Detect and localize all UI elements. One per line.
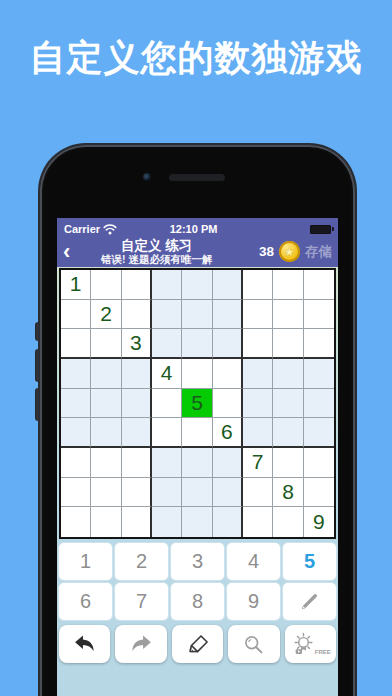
cell-r3c9[interactable] (304, 329, 334, 359)
cell-r2c7[interactable] (243, 300, 273, 330)
cell-r7c8[interactable] (273, 448, 303, 478)
numpad-row-1: 12345 (59, 543, 336, 580)
cell-r7c7[interactable]: 7 (243, 448, 273, 478)
digit-4-button[interactable]: 4 (227, 543, 280, 580)
cell-r9c9[interactable]: 9 (304, 507, 334, 537)
digit-6-button[interactable]: 6 (59, 583, 112, 620)
hint-icon (290, 631, 317, 658)
page: 自定义您的数独游戏 Carrier 12:10 PM (0, 0, 392, 696)
cell-r3c2[interactable] (91, 329, 121, 359)
cell-r6c2[interactable] (91, 418, 121, 448)
cell-r1c9[interactable] (304, 270, 334, 300)
cell-r1c4[interactable] (152, 270, 182, 300)
cell-r8c2[interactable] (91, 478, 121, 508)
eraser-button[interactable] (172, 625, 223, 663)
cell-r5c8[interactable] (273, 389, 303, 419)
banner-title: 自定义您的数独游戏 (0, 34, 392, 83)
toolbar-row: FREE (59, 625, 336, 663)
cell-r3c7[interactable] (243, 329, 273, 359)
clock: 12:10 PM (77, 223, 310, 235)
cell-r7c4[interactable] (152, 448, 182, 478)
cell-r3c4[interactable] (152, 329, 182, 359)
cell-r4c3[interactable] (122, 359, 152, 389)
redo-button[interactable] (115, 625, 166, 663)
search-icon (241, 632, 266, 657)
cell-r7c5[interactable] (182, 448, 212, 478)
page-title: 自定义 练习 (101, 239, 212, 253)
cell-r1c8[interactable] (273, 270, 303, 300)
battery-icon (310, 225, 331, 234)
cell-r8c1[interactable] (61, 478, 91, 508)
sudoku-grid: 123456789 (59, 268, 336, 539)
coin-count: 38 (259, 244, 274, 259)
coin-icon: ★ (279, 241, 300, 262)
digit-1-button[interactable]: 1 (59, 543, 112, 580)
cell-r9c7[interactable] (243, 507, 273, 537)
numpad: 12345 6789 FREE (59, 543, 336, 663)
cell-r1c3[interactable] (122, 270, 152, 300)
cell-r8c6[interactable] (213, 478, 243, 508)
hint-free-badge: FREE (315, 649, 331, 655)
cell-r5c9[interactable] (304, 389, 334, 419)
status-bar: Carrier 12:10 PM (57, 218, 338, 240)
cell-r7c9[interactable] (304, 448, 334, 478)
cell-r9c1[interactable] (61, 507, 91, 537)
cell-r6c5[interactable] (182, 418, 212, 448)
cell-r1c2[interactable] (91, 270, 121, 300)
pencil-icon (298, 590, 321, 613)
cell-r4c4[interactable]: 4 (152, 359, 182, 389)
cell-r5c3[interactable] (122, 389, 152, 419)
earpiece-speaker (169, 174, 225, 181)
digit-8-button[interactable]: 8 (171, 583, 224, 620)
cell-r9c8[interactable] (273, 507, 303, 537)
digit-5-button[interactable]: 5 (283, 543, 336, 580)
numpad-row-2: 6789 (59, 583, 336, 620)
cell-r4c5[interactable] (182, 359, 212, 389)
undo-icon (72, 632, 97, 657)
cell-r5c5[interactable]: 5 (182, 389, 212, 419)
cell-r6c7[interactable] (243, 418, 273, 448)
cell-r7c6[interactable] (213, 448, 243, 478)
cell-r5c6[interactable] (213, 389, 243, 419)
cell-r9c3[interactable] (122, 507, 152, 537)
cell-r8c3[interactable] (122, 478, 152, 508)
digit-7-button[interactable]: 7 (115, 583, 168, 620)
cell-r6c1[interactable] (61, 418, 91, 448)
cell-r6c3[interactable] (122, 418, 152, 448)
cell-r2c9[interactable] (304, 300, 334, 330)
cell-r1c1[interactable]: 1 (61, 270, 91, 300)
cell-r5c2[interactable] (91, 389, 121, 419)
save-button[interactable]: 存储 (305, 243, 332, 261)
cell-r4c2[interactable] (91, 359, 121, 389)
cell-r3c5[interactable] (182, 329, 212, 359)
cell-r7c3[interactable] (122, 448, 152, 478)
cell-r4c7[interactable] (243, 359, 273, 389)
cell-r8c5[interactable] (182, 478, 212, 508)
digit-3-button[interactable]: 3 (171, 543, 224, 580)
cell-r3c8[interactable] (273, 329, 303, 359)
cell-r6c9[interactable] (304, 418, 334, 448)
cell-r2c3[interactable] (122, 300, 152, 330)
front-camera-icon (143, 173, 151, 181)
cell-r4c1[interactable] (61, 359, 91, 389)
cell-r8c9[interactable] (304, 478, 334, 508)
cell-r4c9[interactable] (304, 359, 334, 389)
cell-r9c2[interactable] (91, 507, 121, 537)
search-button[interactable] (228, 625, 279, 663)
cell-r8c8[interactable]: 8 (273, 478, 303, 508)
nav-bar: ‹ 自定义 练习 错误! 迷题必须有唯一解 38 ★ 存储 (57, 240, 338, 267)
back-button[interactable]: ‹ (63, 242, 89, 262)
cell-r1c6[interactable] (213, 270, 243, 300)
cell-r7c1[interactable] (61, 448, 91, 478)
cell-r2c6[interactable] (213, 300, 243, 330)
redo-icon (129, 632, 154, 657)
cell-r8c4[interactable] (152, 478, 182, 508)
eraser-icon (185, 631, 211, 657)
digit-2-button[interactable]: 2 (115, 543, 168, 580)
cell-r2c4[interactable] (152, 300, 182, 330)
hint-button[interactable]: FREE (285, 625, 336, 663)
cell-r4c6[interactable] (213, 359, 243, 389)
cell-r5c1[interactable] (61, 389, 91, 419)
cell-r7c2[interactable] (91, 448, 121, 478)
cell-r9c6[interactable] (213, 507, 243, 537)
cell-r2c1[interactable] (61, 300, 91, 330)
cell-r6c8[interactable] (273, 418, 303, 448)
cell-r2c5[interactable] (182, 300, 212, 330)
cell-r5c4[interactable] (152, 389, 182, 419)
cell-r6c6[interactable]: 6 (213, 418, 243, 448)
cell-r2c8[interactable] (273, 300, 303, 330)
cell-r3c1[interactable] (61, 329, 91, 359)
board-area: 123456789 (57, 267, 338, 539)
cell-r3c6[interactable] (213, 329, 243, 359)
cell-r6c4[interactable] (152, 418, 182, 448)
cell-r9c4[interactable] (152, 507, 182, 537)
cell-r8c7[interactable] (243, 478, 273, 508)
cell-r2c2[interactable]: 2 (91, 300, 121, 330)
app-header: Carrier 12:10 PM ‹ 自定义 练习 错误! 迷题 (57, 218, 338, 267)
cell-r3c3[interactable]: 3 (122, 329, 152, 359)
cell-r1c7[interactable] (243, 270, 273, 300)
pencil-button[interactable] (283, 583, 336, 620)
app-screen: Carrier 12:10 PM ‹ 自定义 练习 错误! 迷题 (57, 218, 338, 696)
undo-button[interactable] (59, 625, 110, 663)
cell-r9c5[interactable] (182, 507, 212, 537)
digit-9-button[interactable]: 9 (227, 583, 280, 620)
cell-r5c7[interactable] (243, 389, 273, 419)
cell-r4c8[interactable] (273, 359, 303, 389)
cell-r1c5[interactable] (182, 270, 212, 300)
error-message: 错误! 迷题必须有唯一解 (101, 253, 212, 265)
